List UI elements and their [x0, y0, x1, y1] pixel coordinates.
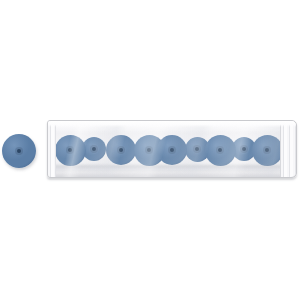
disc-center-hole — [242, 147, 246, 151]
package-top-highlight — [48, 121, 296, 127]
product-package — [47, 120, 297, 178]
disc-center-hole — [17, 149, 21, 153]
disc-center-hole — [68, 148, 72, 152]
packaged-disc — [55, 135, 86, 166]
disc-center-hole — [92, 147, 96, 151]
disc-center-hole — [119, 148, 123, 152]
disc-center-hole — [218, 148, 222, 152]
photo-canvas — [0, 0, 300, 300]
package-left-seal — [48, 121, 56, 177]
disc-center-hole — [170, 148, 174, 152]
packaged-disc — [205, 135, 236, 166]
packaged-disc — [157, 135, 187, 165]
packaged-disc — [106, 135, 136, 165]
disc-center-hole — [147, 148, 151, 152]
package-right-seal — [280, 121, 296, 177]
disc-center-hole — [265, 148, 269, 152]
loose-disc — [2, 134, 36, 168]
packaged-disc — [82, 137, 106, 161]
disc-center-hole — [195, 147, 199, 151]
package-inner-shadow — [52, 165, 282, 171]
packaged-disc — [252, 135, 283, 166]
